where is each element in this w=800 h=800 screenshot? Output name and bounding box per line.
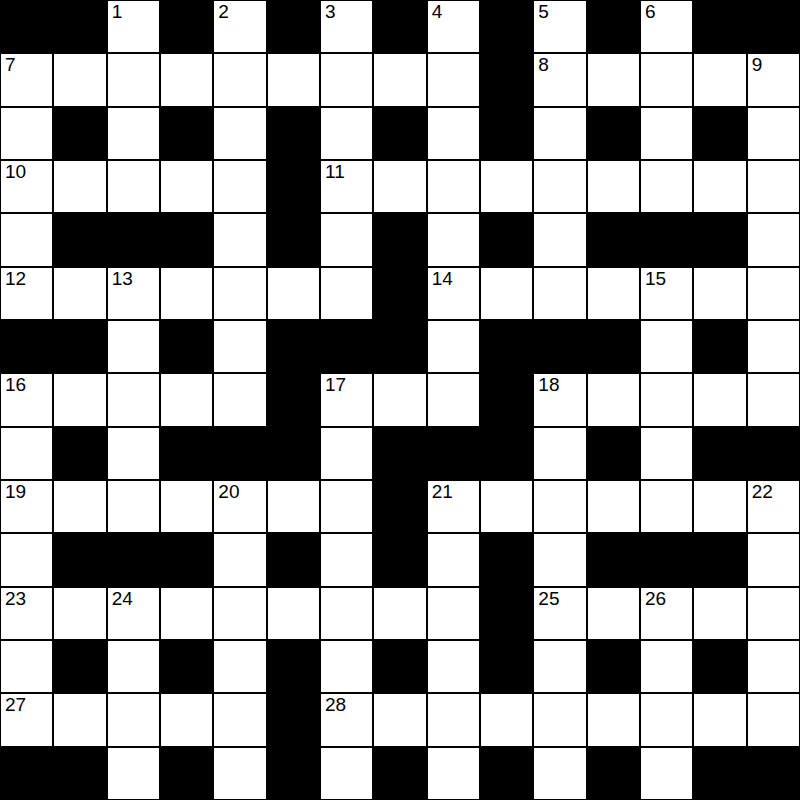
- cell-2-14[interactable]: [747, 107, 800, 160]
- cell-6-8[interactable]: [427, 320, 480, 373]
- cell-8-12[interactable]: [640, 427, 693, 480]
- clue-number-9: 9: [752, 55, 763, 74]
- cell-11-2[interactable]: 24: [107, 587, 160, 640]
- cell-11-4[interactable]: [213, 587, 266, 640]
- cell-11-12[interactable]: 26: [640, 587, 693, 640]
- cell-5-12[interactable]: 15: [640, 267, 693, 320]
- cell-3-12[interactable]: [640, 160, 693, 213]
- cell-3-10[interactable]: [533, 160, 586, 213]
- cell-7-8[interactable]: [427, 373, 480, 426]
- cell-8-0[interactable]: [0, 427, 53, 480]
- cell-14-2[interactable]: [107, 747, 160, 800]
- clue-number-8: 8: [538, 55, 549, 74]
- cell-7-12[interactable]: [640, 373, 693, 426]
- cell-9-5[interactable]: [267, 480, 320, 533]
- cell-5-2[interactable]: 13: [107, 267, 160, 320]
- cell-9-12[interactable]: [640, 480, 693, 533]
- cell-5-4[interactable]: [213, 267, 266, 320]
- black-cell-13-5: [267, 693, 320, 746]
- black-cell-4-5: [267, 213, 320, 266]
- cell-9-1[interactable]: [53, 480, 106, 533]
- cell-13-9[interactable]: [480, 693, 533, 746]
- clue-number-19: 19: [5, 482, 26, 501]
- cell-13-14[interactable]: [747, 693, 800, 746]
- black-cell-2-5: [267, 107, 320, 160]
- black-cell-4-2: [107, 213, 160, 266]
- black-cell-0-1: [53, 0, 106, 53]
- cell-7-2[interactable]: [107, 373, 160, 426]
- cell-3-7[interactable]: [373, 160, 426, 213]
- black-cell-2-11: [587, 107, 640, 160]
- clue-number-4: 4: [432, 2, 443, 21]
- black-cell-4-9: [480, 213, 533, 266]
- black-cell-12-11: [587, 640, 640, 693]
- cell-1-14[interactable]: 9: [747, 53, 800, 106]
- black-cell-4-11: [587, 213, 640, 266]
- cell-9-2[interactable]: [107, 480, 160, 533]
- cell-1-11[interactable]: [587, 53, 640, 106]
- cell-11-7[interactable]: [373, 587, 426, 640]
- cell-1-6[interactable]: [320, 53, 373, 106]
- black-cell-6-9: [480, 320, 533, 373]
- cell-0-2[interactable]: 1: [107, 0, 160, 53]
- black-cell-8-9: [480, 427, 533, 480]
- cell-4-0[interactable]: [0, 213, 53, 266]
- cell-3-3[interactable]: [160, 160, 213, 213]
- cell-14-4[interactable]: [213, 747, 266, 800]
- black-cell-12-7: [373, 640, 426, 693]
- cell-12-10[interactable]: [533, 640, 586, 693]
- black-cell-14-11: [587, 747, 640, 800]
- black-cell-4-1: [53, 213, 106, 266]
- cell-7-0[interactable]: 16: [0, 373, 53, 426]
- cell-12-8[interactable]: [427, 640, 480, 693]
- black-cell-2-1: [53, 107, 106, 160]
- cell-5-10[interactable]: [533, 267, 586, 320]
- cell-0-8[interactable]: 4: [427, 0, 480, 53]
- cell-11-11[interactable]: [587, 587, 640, 640]
- clue-number-13: 13: [112, 269, 133, 288]
- cell-13-7[interactable]: [373, 693, 426, 746]
- black-cell-8-1: [53, 427, 106, 480]
- black-cell-8-7: [373, 427, 426, 480]
- black-cell-8-3: [160, 427, 213, 480]
- clue-number-6: 6: [645, 2, 656, 21]
- cell-14-6[interactable]: [320, 747, 373, 800]
- cell-11-5[interactable]: [267, 587, 320, 640]
- cell-1-0[interactable]: 7: [0, 53, 53, 106]
- cell-7-10[interactable]: 18: [533, 373, 586, 426]
- black-cell-12-5: [267, 640, 320, 693]
- black-cell-8-4: [213, 427, 266, 480]
- black-cell-10-5: [267, 533, 320, 586]
- black-cell-0-7: [373, 0, 426, 53]
- cell-10-6[interactable]: [320, 533, 373, 586]
- cell-2-0[interactable]: [0, 107, 53, 160]
- cell-7-7[interactable]: [373, 373, 426, 426]
- cell-5-0[interactable]: 12: [0, 267, 53, 320]
- cell-6-2[interactable]: [107, 320, 160, 373]
- cell-5-6[interactable]: [320, 267, 373, 320]
- black-cell-10-12: [640, 533, 693, 586]
- cell-5-14[interactable]: [747, 267, 800, 320]
- black-cell-8-13: [693, 427, 746, 480]
- cell-7-4[interactable]: [213, 373, 266, 426]
- black-cell-10-3: [160, 533, 213, 586]
- cell-7-14[interactable]: [747, 373, 800, 426]
- black-cell-14-9: [480, 747, 533, 800]
- black-cell-10-11: [587, 533, 640, 586]
- black-cell-6-13: [693, 320, 746, 373]
- black-cell-8-5: [267, 427, 320, 480]
- cell-12-6[interactable]: [320, 640, 373, 693]
- cell-11-6[interactable]: [320, 587, 373, 640]
- black-cell-7-9: [480, 373, 533, 426]
- clue-number-10: 10: [5, 162, 26, 181]
- black-cell-0-13: [693, 0, 746, 53]
- cell-0-4[interactable]: 2: [213, 0, 266, 53]
- black-cell-14-14: [747, 747, 800, 800]
- cell-8-2[interactable]: [107, 427, 160, 480]
- cell-1-8[interactable]: [427, 53, 480, 106]
- black-cell-1-9: [480, 53, 533, 106]
- black-cell-0-5: [267, 0, 320, 53]
- clue-number-16: 16: [5, 375, 26, 394]
- clue-number-24: 24: [112, 589, 133, 608]
- clue-number-11: 11: [325, 162, 345, 181]
- cell-5-8[interactable]: 14: [427, 267, 480, 320]
- cell-3-1[interactable]: [53, 160, 106, 213]
- black-cell-6-10: [533, 320, 586, 373]
- cell-9-6[interactable]: [320, 480, 373, 533]
- clue-number-25: 25: [538, 589, 559, 608]
- black-cell-8-14: [747, 427, 800, 480]
- black-cell-12-13: [693, 640, 746, 693]
- black-cell-2-3: [160, 107, 213, 160]
- cell-1-2[interactable]: [107, 53, 160, 106]
- black-cell-6-3: [160, 320, 213, 373]
- black-cell-8-8: [427, 427, 480, 480]
- cell-11-0[interactable]: 23: [0, 587, 53, 640]
- cell-10-4[interactable]: [213, 533, 266, 586]
- cell-13-0[interactable]: 27: [0, 693, 53, 746]
- cell-3-2[interactable]: [107, 160, 160, 213]
- cell-4-10[interactable]: [533, 213, 586, 266]
- black-cell-2-9: [480, 107, 533, 160]
- cell-1-5[interactable]: [267, 53, 320, 106]
- black-cell-10-7: [373, 533, 426, 586]
- black-cell-7-5: [267, 373, 320, 426]
- cell-0-10[interactable]: 5: [533, 0, 586, 53]
- cell-2-4[interactable]: [213, 107, 266, 160]
- cell-13-10[interactable]: [533, 693, 586, 746]
- cell-1-1[interactable]: [53, 53, 106, 106]
- black-cell-10-1: [53, 533, 106, 586]
- cell-7-11[interactable]: [587, 373, 640, 426]
- clue-number-3: 3: [325, 2, 336, 21]
- cell-13-12[interactable]: [640, 693, 693, 746]
- clue-number-14: 14: [432, 269, 453, 288]
- cell-2-8[interactable]: [427, 107, 480, 160]
- black-cell-10-13: [693, 533, 746, 586]
- cell-11-10[interactable]: 25: [533, 587, 586, 640]
- black-cell-11-9: [480, 587, 533, 640]
- cell-3-6[interactable]: 11: [320, 160, 373, 213]
- cell-6-14[interactable]: [747, 320, 800, 373]
- black-cell-2-7: [373, 107, 426, 160]
- clue-number-27: 27: [5, 695, 26, 714]
- cell-13-1[interactable]: [53, 693, 106, 746]
- black-cell-6-7: [373, 320, 426, 373]
- cell-9-11[interactable]: [587, 480, 640, 533]
- black-cell-14-5: [267, 747, 320, 800]
- cell-9-8[interactable]: 21: [427, 480, 480, 533]
- cell-8-10[interactable]: [533, 427, 586, 480]
- cell-1-3[interactable]: [160, 53, 213, 106]
- cell-12-14[interactable]: [747, 640, 800, 693]
- clue-number-18: 18: [538, 375, 559, 394]
- cell-11-1[interactable]: [53, 587, 106, 640]
- cell-9-10[interactable]: [533, 480, 586, 533]
- cell-3-8[interactable]: [427, 160, 480, 213]
- cell-13-4[interactable]: [213, 693, 266, 746]
- cell-12-4[interactable]: [213, 640, 266, 693]
- cell-9-0[interactable]: 19: [0, 480, 53, 533]
- crossword-board: 1234567891011121314151617181920212223242…: [0, 0, 800, 800]
- cell-3-0[interactable]: 10: [0, 160, 53, 213]
- black-cell-4-3: [160, 213, 213, 266]
- cell-11-3[interactable]: [160, 587, 213, 640]
- clue-number-12: 12: [5, 269, 26, 288]
- cell-8-6[interactable]: [320, 427, 373, 480]
- cell-13-13[interactable]: [693, 693, 746, 746]
- cell-4-4[interactable]: [213, 213, 266, 266]
- black-cell-6-1: [53, 320, 106, 373]
- black-cell-10-2: [107, 533, 160, 586]
- black-cell-6-11: [587, 320, 640, 373]
- black-cell-0-9: [480, 0, 533, 53]
- cell-14-8[interactable]: [427, 747, 480, 800]
- black-cell-3-5: [267, 160, 320, 213]
- cell-9-4[interactable]: 20: [213, 480, 266, 533]
- black-cell-5-7: [373, 267, 426, 320]
- clue-number-5: 5: [538, 2, 549, 21]
- clue-number-21: 21: [432, 482, 453, 501]
- cell-9-14[interactable]: 22: [747, 480, 800, 533]
- cell-1-13[interactable]: [693, 53, 746, 106]
- black-cell-6-0: [0, 320, 53, 373]
- clue-number-2: 2: [218, 2, 229, 21]
- black-cell-12-1: [53, 640, 106, 693]
- cell-4-14[interactable]: [747, 213, 800, 266]
- cell-1-4[interactable]: [213, 53, 266, 106]
- black-cell-0-3: [160, 0, 213, 53]
- cell-13-6[interactable]: 28: [320, 693, 373, 746]
- cell-10-0[interactable]: [0, 533, 53, 586]
- clue-number-17: 17: [325, 375, 346, 394]
- cell-0-6[interactable]: 3: [320, 0, 373, 53]
- cell-4-8[interactable]: [427, 213, 480, 266]
- black-cell-14-13: [693, 747, 746, 800]
- cell-3-13[interactable]: [693, 160, 746, 213]
- cell-12-0[interactable]: [0, 640, 53, 693]
- cell-3-4[interactable]: [213, 160, 266, 213]
- cell-2-10[interactable]: [533, 107, 586, 160]
- black-cell-4-12: [640, 213, 693, 266]
- cell-1-10[interactable]: 8: [533, 53, 586, 106]
- cell-12-12[interactable]: [640, 640, 693, 693]
- cell-12-2[interactable]: [107, 640, 160, 693]
- cell-5-1[interactable]: [53, 267, 106, 320]
- cell-5-5[interactable]: [267, 267, 320, 320]
- cell-6-12[interactable]: [640, 320, 693, 373]
- clue-number-23: 23: [5, 589, 26, 608]
- cell-14-10[interactable]: [533, 747, 586, 800]
- cell-10-8[interactable]: [427, 533, 480, 586]
- cell-1-7[interactable]: [373, 53, 426, 106]
- cell-9-13[interactable]: [693, 480, 746, 533]
- black-cell-0-14: [747, 0, 800, 53]
- cell-7-3[interactable]: [160, 373, 213, 426]
- black-cell-12-9: [480, 640, 533, 693]
- black-cell-9-7: [373, 480, 426, 533]
- cell-13-3[interactable]: [160, 693, 213, 746]
- cell-5-13[interactable]: [693, 267, 746, 320]
- black-cell-6-5: [267, 320, 320, 373]
- cell-6-4[interactable]: [213, 320, 266, 373]
- black-cell-12-3: [160, 640, 213, 693]
- clue-number-28: 28: [325, 695, 346, 714]
- cell-10-14[interactable]: [747, 533, 800, 586]
- cell-5-3[interactable]: [160, 267, 213, 320]
- cell-2-6[interactable]: [320, 107, 373, 160]
- cell-3-11[interactable]: [587, 160, 640, 213]
- clue-number-1: 1: [112, 2, 123, 21]
- cell-7-6[interactable]: 17: [320, 373, 373, 426]
- black-cell-8-11: [587, 427, 640, 480]
- cell-4-6[interactable]: [320, 213, 373, 266]
- clue-number-20: 20: [218, 482, 239, 501]
- cell-2-12[interactable]: [640, 107, 693, 160]
- black-cell-4-7: [373, 213, 426, 266]
- cell-1-12[interactable]: [640, 53, 693, 106]
- black-cell-6-6: [320, 320, 373, 373]
- cell-11-8[interactable]: [427, 587, 480, 640]
- black-cell-14-0: [0, 747, 53, 800]
- cell-3-9[interactable]: [480, 160, 533, 213]
- cell-9-9[interactable]: [480, 480, 533, 533]
- cell-7-13[interactable]: [693, 373, 746, 426]
- cell-11-13[interactable]: [693, 587, 746, 640]
- clue-number-15: 15: [645, 269, 666, 288]
- cell-3-14[interactable]: [747, 160, 800, 213]
- black-cell-0-0: [0, 0, 53, 53]
- cell-5-11[interactable]: [587, 267, 640, 320]
- cell-14-12[interactable]: [640, 747, 693, 800]
- cell-11-14[interactable]: [747, 587, 800, 640]
- cell-10-10[interactable]: [533, 533, 586, 586]
- clue-number-22: 22: [752, 482, 773, 501]
- clue-number-7: 7: [5, 55, 16, 74]
- cell-13-8[interactable]: [427, 693, 480, 746]
- black-cell-14-7: [373, 747, 426, 800]
- cell-2-2[interactable]: [107, 107, 160, 160]
- cell-7-1[interactable]: [53, 373, 106, 426]
- black-cell-2-13: [693, 107, 746, 160]
- cell-13-2[interactable]: [107, 693, 160, 746]
- black-cell-4-13: [693, 213, 746, 266]
- cell-9-3[interactable]: [160, 480, 213, 533]
- cell-5-9[interactable]: [480, 267, 533, 320]
- black-cell-14-1: [53, 747, 106, 800]
- black-cell-10-9: [480, 533, 533, 586]
- black-cell-14-3: [160, 747, 213, 800]
- cell-0-12[interactable]: 6: [640, 0, 693, 53]
- clue-number-26: 26: [645, 589, 666, 608]
- cell-13-11[interactable]: [587, 693, 640, 746]
- black-cell-0-11: [587, 0, 640, 53]
